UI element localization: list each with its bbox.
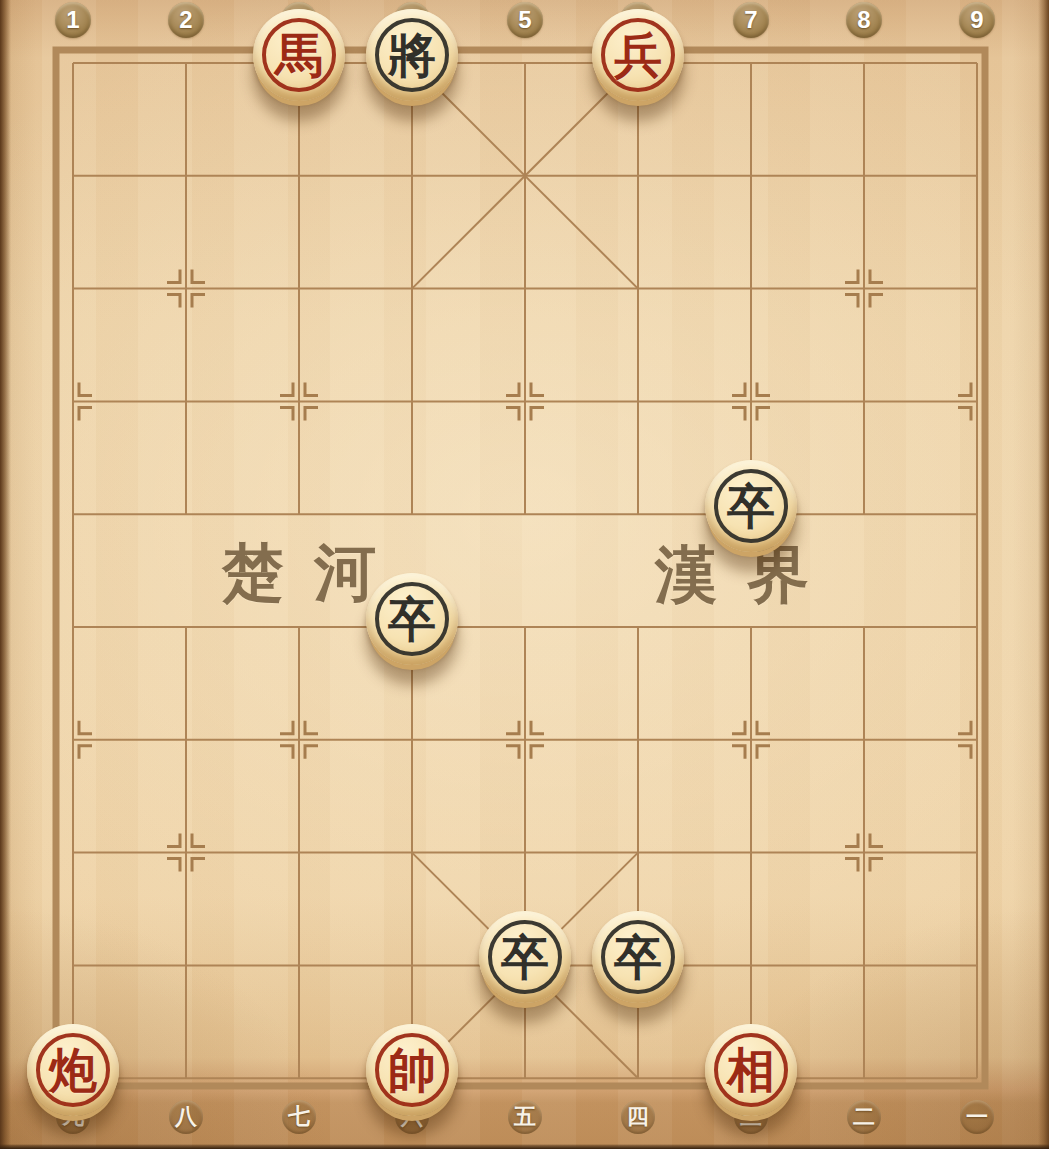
- piece-red-cannon[interactable]: 炮: [27, 1024, 119, 1116]
- point-marker: [280, 407, 293, 420]
- piece-black-soldier[interactable]: 卒: [366, 573, 458, 665]
- file-label-bottom-7: 七: [282, 1100, 316, 1134]
- point-marker: [79, 407, 92, 420]
- point-marker: [958, 382, 971, 395]
- point-marker: [192, 270, 205, 283]
- piece-glyph: 帥: [366, 1024, 458, 1116]
- file-label-bottom-8: 八: [169, 1100, 203, 1134]
- point-marker: [958, 407, 971, 420]
- point-marker: [845, 834, 858, 847]
- point-marker: [192, 834, 205, 847]
- piece-red-horse[interactable]: 馬: [253, 9, 345, 101]
- point-marker: [757, 721, 770, 734]
- file-label-top-5: 5: [507, 2, 543, 38]
- point-marker: [305, 407, 318, 420]
- point-marker: [531, 721, 544, 734]
- point-marker: [531, 382, 544, 395]
- point-marker: [167, 295, 180, 308]
- piece-glyph: 將: [366, 9, 458, 101]
- point-marker: [167, 270, 180, 283]
- file-label-bottom-2: 二: [847, 1100, 881, 1134]
- point-marker: [192, 859, 205, 872]
- piece-glyph: 兵: [592, 9, 684, 101]
- file-label-bottom-5: 五: [508, 1100, 542, 1134]
- piece-glyph: 炮: [27, 1024, 119, 1116]
- point-marker: [280, 721, 293, 734]
- board-edge-left: [0, 0, 11, 1149]
- point-marker: [280, 382, 293, 395]
- point-marker: [305, 746, 318, 759]
- point-marker: [958, 721, 971, 734]
- point-marker: [870, 270, 883, 283]
- point-marker: [79, 721, 92, 734]
- point-marker: [531, 407, 544, 420]
- piece-glyph: 馬: [253, 9, 345, 101]
- piece-red-general[interactable]: 帥: [366, 1024, 458, 1116]
- piece-glyph: 相: [705, 1024, 797, 1116]
- board-edge-bottom: [0, 1144, 1049, 1149]
- point-marker: [958, 746, 971, 759]
- point-marker: [845, 295, 858, 308]
- point-marker: [506, 407, 519, 420]
- piece-red-soldier[interactable]: 兵: [592, 9, 684, 101]
- piece-black-soldier[interactable]: 卒: [592, 911, 684, 1003]
- file-label-top-9: 9: [959, 2, 995, 38]
- point-marker: [506, 382, 519, 395]
- point-marker: [870, 859, 883, 872]
- file-label-bottom-1: 一: [960, 1100, 994, 1134]
- file-label-top-1: 1: [55, 2, 91, 38]
- point-marker: [732, 407, 745, 420]
- point-marker: [305, 382, 318, 395]
- file-label-top-7: 7: [733, 2, 769, 38]
- point-marker: [757, 746, 770, 759]
- piece-glyph: 卒: [705, 460, 797, 552]
- piece-black-soldier[interactable]: 卒: [479, 911, 571, 1003]
- point-marker: [757, 382, 770, 395]
- point-marker: [79, 382, 92, 395]
- piece-glyph: 卒: [479, 911, 571, 1003]
- point-marker: [305, 721, 318, 734]
- point-marker: [506, 721, 519, 734]
- point-marker: [870, 834, 883, 847]
- point-marker: [845, 270, 858, 283]
- xiangqi-board: 楚河 漢界 123456789 九八七六五四三二一 馬將兵卒卒卒卒炮帥相: [0, 0, 1049, 1149]
- point-marker: [531, 746, 544, 759]
- point-marker: [732, 746, 745, 759]
- point-marker: [506, 746, 519, 759]
- point-marker: [167, 834, 180, 847]
- point-marker: [280, 746, 293, 759]
- point-marker: [845, 859, 858, 872]
- piece-black-general[interactable]: 將: [366, 9, 458, 101]
- point-marker: [79, 746, 92, 759]
- board-edge-right: [1038, 0, 1049, 1149]
- point-marker: [757, 407, 770, 420]
- file-label-bottom-4: 四: [621, 1100, 655, 1134]
- piece-glyph: 卒: [366, 573, 458, 665]
- point-marker: [870, 295, 883, 308]
- file-label-top-8: 8: [846, 2, 882, 38]
- piece-glyph: 卒: [592, 911, 684, 1003]
- point-marker: [167, 859, 180, 872]
- piece-red-elephant[interactable]: 相: [705, 1024, 797, 1116]
- file-label-top-2: 2: [168, 2, 204, 38]
- point-marker: [732, 721, 745, 734]
- point-marker: [732, 382, 745, 395]
- piece-black-soldier[interactable]: 卒: [705, 460, 797, 552]
- point-marker: [192, 295, 205, 308]
